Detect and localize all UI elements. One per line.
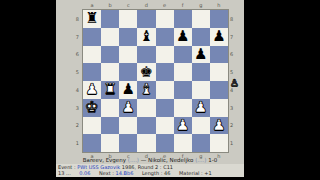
- length-value: 46: [164, 171, 170, 177]
- square-a6[interactable]: [83, 46, 101, 64]
- square-e3[interactable]: [156, 99, 174, 117]
- square-f5[interactable]: [174, 63, 192, 81]
- coord-label: 3: [72, 99, 81, 117]
- game-info-footer: Bareev, Evgeny (....) — Nikolic, Nedeljk…: [56, 157, 244, 177]
- coord-label: 1: [72, 134, 81, 152]
- white-rook: ♜: [103, 82, 116, 97]
- square-d2[interactable]: [137, 117, 155, 135]
- coord-label: c: [119, 1, 137, 9]
- black-player-name: Nikolic, Nedeljko: [148, 157, 193, 163]
- square-h5[interactable]: [210, 63, 228, 81]
- square-c5[interactable]: [119, 63, 137, 81]
- square-h8[interactable]: [210, 10, 228, 28]
- square-d8[interactable]: [137, 10, 155, 28]
- square-f2[interactable]: ♟: [174, 117, 192, 135]
- square-f8[interactable]: [174, 10, 192, 28]
- players-line: Bareev, Evgeny (....) — Nikolic, Nedeljk…: [56, 157, 244, 163]
- square-h4[interactable]: [210, 81, 228, 99]
- white-bishop: ♝: [140, 82, 153, 97]
- white-player-name: Bareev, Evgeny: [83, 157, 126, 163]
- square-b2[interactable]: [101, 117, 119, 135]
- square-e7[interactable]: [156, 28, 174, 46]
- square-g4[interactable]: [192, 81, 210, 99]
- coord-label: 3: [229, 99, 238, 117]
- square-g3[interactable]: ♟: [192, 99, 210, 117]
- black-pawn: ♟: [212, 29, 225, 44]
- square-g5[interactable]: [192, 63, 210, 81]
- square-h2[interactable]: ♟: [210, 117, 228, 135]
- square-g6[interactable]: ♟: [192, 46, 210, 64]
- coord-label: h: [210, 1, 228, 9]
- rank-labels-left: 87654321: [72, 10, 81, 152]
- black-rating: (....): [195, 157, 206, 163]
- square-g7[interactable]: [192, 28, 210, 46]
- square-d7[interactable]: ♝: [137, 28, 155, 46]
- square-c7[interactable]: [119, 28, 137, 46]
- square-e6[interactable]: [156, 46, 174, 64]
- video-frame: { "game": "chess", "position": { "fen": …: [0, 0, 320, 180]
- coord-label: 7: [229, 28, 238, 46]
- white-king: ♚: [85, 100, 98, 115]
- square-h3[interactable]: [210, 99, 228, 117]
- square-g1[interactable]: [192, 134, 210, 152]
- square-b7[interactable]: [101, 28, 119, 46]
- square-a7[interactable]: [83, 28, 101, 46]
- square-c6[interactable]: [119, 46, 137, 64]
- footer-detail-box: Event : PWt USS Gazovik 1986, Round 2 : …: [56, 164, 244, 177]
- square-a8[interactable]: ♜: [83, 10, 101, 28]
- square-h7[interactable]: ♟: [210, 28, 228, 46]
- square-b8[interactable]: [101, 10, 119, 28]
- square-d3[interactable]: [137, 99, 155, 117]
- material-value: +1: [204, 171, 211, 177]
- square-b4[interactable]: ♜: [101, 81, 119, 99]
- square-h6[interactable]: [210, 46, 228, 64]
- square-f7[interactable]: ♟: [174, 28, 192, 46]
- coord-label: 6: [72, 46, 81, 64]
- engine-status-line: 13 ... 0.06 Next : 14.Bb6 Length : 46 Ma…: [58, 171, 244, 177]
- coord-label: 5: [72, 63, 81, 81]
- square-d1[interactable]: [137, 134, 155, 152]
- players-separator: —: [141, 157, 147, 163]
- coord-label: 6: [229, 46, 238, 64]
- move-number: 13 ...: [58, 171, 71, 177]
- square-a3[interactable]: ♚: [83, 99, 101, 117]
- square-c1[interactable]: [119, 134, 137, 152]
- black-pawn: ♟: [176, 29, 189, 44]
- length-label: Length :: [142, 170, 163, 176]
- square-e2[interactable]: [156, 117, 174, 135]
- next-label: Next :: [99, 170, 114, 176]
- chess-app-frame: abcdefgh 87654321 ♜♝♟♟♟♚♟♜♟♝♚♟♟♟♟ 876543…: [56, 0, 244, 175]
- square-b6[interactable]: [101, 46, 119, 64]
- file-labels-top: abcdefgh: [83, 1, 228, 9]
- square-c8[interactable]: [119, 10, 137, 28]
- square-e8[interactable]: [156, 10, 174, 28]
- square-c3[interactable]: ♟: [119, 99, 137, 117]
- square-a1[interactable]: [83, 134, 101, 152]
- square-e4[interactable]: [156, 81, 174, 99]
- white-pawn: ♟: [122, 100, 135, 115]
- coord-label: b: [101, 1, 119, 9]
- coord-label: 2: [72, 117, 81, 135]
- coord-label: 7: [72, 28, 81, 46]
- coord-label: g: [192, 1, 210, 9]
- square-g8[interactable]: [192, 10, 210, 28]
- square-f1[interactable]: [174, 134, 192, 152]
- square-e5[interactable]: [156, 63, 174, 81]
- square-f3[interactable]: [174, 99, 192, 117]
- coord-label: a: [83, 1, 101, 9]
- square-h1[interactable]: [210, 134, 228, 152]
- white-pawn: ♟: [85, 82, 98, 97]
- coord-label: d: [137, 1, 155, 9]
- square-b5[interactable]: [101, 63, 119, 81]
- coord-label: 2: [229, 117, 238, 135]
- black-pawn: ♟: [122, 82, 135, 97]
- square-b3[interactable]: [101, 99, 119, 117]
- chess-board[interactable]: ♜♝♟♟♟♚♟♜♟♝♚♟♟♟♟: [83, 10, 228, 152]
- white-pawn: ♟: [194, 100, 207, 115]
- square-g2[interactable]: [192, 117, 210, 135]
- black-bishop: ♝: [140, 29, 153, 44]
- square-f6[interactable]: [174, 46, 192, 64]
- eval-value: 0.06: [79, 171, 90, 177]
- material-label: Material :: [179, 170, 203, 176]
- coord-label: e: [156, 1, 174, 9]
- coord-label: f: [174, 1, 192, 9]
- white-pawn: ♟: [212, 118, 225, 133]
- square-c4[interactable]: ♟: [119, 81, 137, 99]
- game-result: 1-0: [208, 157, 217, 163]
- next-move-value: 14.Bb6: [116, 171, 134, 177]
- square-f4[interactable]: [174, 81, 192, 99]
- coord-label: 8: [72, 10, 81, 28]
- white-pawn: ♟: [176, 118, 189, 133]
- square-c2[interactable]: [119, 117, 137, 135]
- square-b1[interactable]: [101, 134, 119, 152]
- white-rating: (....): [128, 157, 139, 163]
- square-d5[interactable]: ♚: [137, 63, 155, 81]
- black-rook: ♜: [85, 11, 98, 26]
- coord-label: 8: [229, 10, 238, 28]
- square-e1[interactable]: [156, 134, 174, 152]
- square-d6[interactable]: [137, 46, 155, 64]
- square-a2[interactable]: [83, 117, 101, 135]
- square-a4[interactable]: ♟: [83, 81, 101, 99]
- coord-label: 4: [72, 81, 81, 99]
- square-a5[interactable]: [83, 63, 101, 81]
- white-to-move-pawn-icon: ♙: [230, 77, 239, 88]
- black-pawn: ♟: [194, 47, 207, 62]
- black-king: ♚: [140, 65, 153, 80]
- square-d4[interactable]: ♝: [137, 81, 155, 99]
- coord-label: 1: [229, 134, 238, 152]
